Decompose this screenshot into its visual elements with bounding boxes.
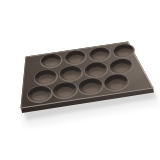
muffin-pan-image xyxy=(0,0,160,160)
product-photo: Overhead three-quarter product photo of … xyxy=(0,0,160,160)
